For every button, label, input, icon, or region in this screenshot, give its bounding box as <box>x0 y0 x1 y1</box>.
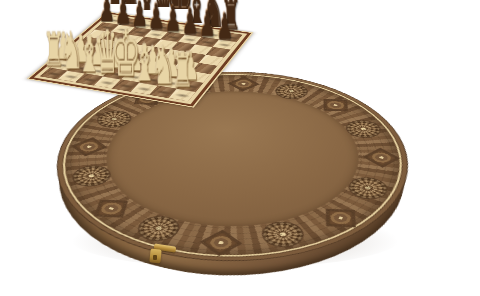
piece-black-pawn[interactable]: ♟ <box>148 0 164 34</box>
piece-black-pawn[interactable]: ♟ <box>182 4 198 39</box>
piece-black-pawn[interactable]: ♟ <box>199 7 216 42</box>
latch-slot <box>153 255 157 260</box>
piece-black-pawn[interactable]: ♟ <box>165 2 181 37</box>
board-face: ♜♞♝♛♚♝♞♜♟♟♟♟♟♟♟♟♟♟♟♟♟♟♟♟♜♞♝♛♚♝♞♜ <box>0 54 433 296</box>
diamond-carving <box>323 99 348 111</box>
brass-latch[interactable] <box>148 243 178 265</box>
diamond-carving <box>134 93 161 105</box>
product-photo-stage: ♜♞♝♛♚♝♞♜♟♟♟♟♟♟♟♟♟♟♟♟♟♟♟♟♜♞♝♛♚♝♞♜ <box>0 0 480 296</box>
piece-black-pawn[interactable]: ♟ <box>216 9 233 44</box>
scene: ♜♞♝♛♚♝♞♜♟♟♟♟♟♟♟♟♟♟♟♟♟♟♟♟♜♞♝♛♚♝♞♜ <box>0 0 480 296</box>
